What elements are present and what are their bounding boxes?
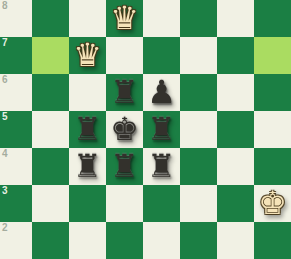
black-rook-e5[interactable]: ♜ [143, 111, 180, 148]
square-b3[interactable] [32, 185, 69, 222]
square-e7[interactable] [143, 37, 180, 74]
square-a6[interactable]: 6 [0, 74, 32, 111]
square-h7[interactable] [254, 37, 291, 74]
square-e6[interactable]: ♟ [143, 74, 180, 111]
square-g3[interactable] [217, 185, 254, 222]
square-g8[interactable] [217, 0, 254, 37]
square-b5[interactable] [32, 111, 69, 148]
rank-label-2: 2 [2, 222, 8, 234]
square-e2[interactable] [143, 222, 180, 259]
square-b4[interactable] [32, 148, 69, 185]
rank-label-8: 8 [2, 0, 8, 12]
square-e8[interactable] [143, 0, 180, 37]
square-d8[interactable]: ♛ [106, 0, 143, 37]
square-b8[interactable] [32, 0, 69, 37]
square-f8[interactable] [180, 0, 217, 37]
black-rook-e4[interactable]: ♜ [143, 148, 180, 185]
square-h3[interactable]: ♚ [254, 185, 291, 222]
square-c3[interactable] [69, 185, 106, 222]
square-c8[interactable] [69, 0, 106, 37]
square-c7[interactable]: ♛ [69, 37, 106, 74]
square-d2[interactable] [106, 222, 143, 259]
square-f5[interactable] [180, 111, 217, 148]
square-g2[interactable] [217, 222, 254, 259]
chess-board-viewport: 8♛7♛6♜♟5♜♚♜4♜♜♜3♚2 [0, 0, 291, 259]
black-rook-c4[interactable]: ♜ [69, 148, 106, 185]
square-f4[interactable] [180, 148, 217, 185]
square-f7[interactable] [180, 37, 217, 74]
square-g6[interactable] [217, 74, 254, 111]
chess-board: 8♛7♛6♜♟5♜♚♜4♜♜♜3♚2 [0, 0, 291, 259]
square-a7[interactable]: 7 [0, 37, 32, 74]
black-king-d5[interactable]: ♚ [106, 111, 143, 148]
square-f2[interactable] [180, 222, 217, 259]
rank-label-5: 5 [2, 111, 8, 123]
square-d3[interactable] [106, 185, 143, 222]
rank-label-7: 7 [2, 37, 8, 49]
square-b2[interactable] [32, 222, 69, 259]
square-b7[interactable] [32, 37, 69, 74]
white-queen-c7[interactable]: ♛ [69, 37, 106, 74]
square-f3[interactable] [180, 185, 217, 222]
square-b6[interactable] [32, 74, 69, 111]
square-f6[interactable] [180, 74, 217, 111]
square-d6[interactable]: ♜ [106, 74, 143, 111]
square-g7[interactable] [217, 37, 254, 74]
square-d5[interactable]: ♚ [106, 111, 143, 148]
square-a3[interactable]: 3 [0, 185, 32, 222]
square-a4[interactable]: 4 [0, 148, 32, 185]
square-d7[interactable] [106, 37, 143, 74]
square-h4[interactable] [254, 148, 291, 185]
black-pawn-e6[interactable]: ♟ [143, 74, 180, 111]
square-c5[interactable]: ♜ [69, 111, 106, 148]
square-g4[interactable] [217, 148, 254, 185]
square-e3[interactable] [143, 185, 180, 222]
square-h2[interactable] [254, 222, 291, 259]
square-h6[interactable] [254, 74, 291, 111]
square-e4[interactable]: ♜ [143, 148, 180, 185]
black-rook-d6[interactable]: ♜ [106, 74, 143, 111]
square-g5[interactable] [217, 111, 254, 148]
square-c2[interactable] [69, 222, 106, 259]
square-c6[interactable] [69, 74, 106, 111]
square-c4[interactable]: ♜ [69, 148, 106, 185]
square-h5[interactable] [254, 111, 291, 148]
white-king-h3[interactable]: ♚ [254, 185, 291, 222]
rank-label-3: 3 [2, 185, 8, 197]
white-queen-d8[interactable]: ♛ [106, 0, 143, 37]
rank-label-4: 4 [2, 148, 8, 160]
square-a2[interactable]: 2 [0, 222, 32, 259]
rank-label-6: 6 [2, 74, 8, 86]
square-e5[interactable]: ♜ [143, 111, 180, 148]
square-d4[interactable]: ♜ [106, 148, 143, 185]
square-a8[interactable]: 8 [0, 0, 32, 37]
square-a5[interactable]: 5 [0, 111, 32, 148]
black-rook-c5[interactable]: ♜ [69, 111, 106, 148]
black-rook-d4[interactable]: ♜ [106, 148, 143, 185]
square-h8[interactable] [254, 0, 291, 37]
